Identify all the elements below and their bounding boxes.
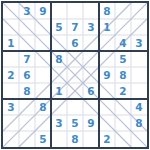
cell-r1c2[interactable]: 3 — [19, 3, 35, 19]
cell-r9c1[interactable] — [3, 131, 19, 147]
cell-r1c9[interactable] — [131, 3, 147, 19]
cell-r9c2[interactable] — [19, 131, 35, 147]
cell-r9c9[interactable] — [131, 131, 147, 147]
cell-r5c6[interactable] — [83, 67, 99, 83]
cell-r8c5[interactable]: 5 — [67, 115, 83, 131]
sudoku-board: 39857311643785269881623843598582 — [1, 1, 149, 149]
cell-r9c6[interactable] — [83, 131, 99, 147]
cell-r3c2[interactable] — [19, 35, 35, 51]
cell-r5c5[interactable] — [67, 67, 83, 83]
cell-r1c7[interactable]: 8 — [99, 3, 115, 19]
cell-r3c4[interactable] — [51, 35, 67, 51]
cell-r2c7[interactable]: 1 — [99, 19, 115, 35]
cell-r2c3[interactable] — [35, 19, 51, 35]
cell-r7c4[interactable] — [51, 99, 67, 115]
cell-r8c1[interactable] — [3, 115, 19, 131]
cell-r7c7[interactable] — [99, 99, 115, 115]
cell-r2c1[interactable] — [3, 19, 19, 35]
cell-r1c4[interactable] — [51, 3, 67, 19]
cell-r9c8[interactable] — [115, 131, 131, 147]
cell-r5c3[interactable] — [35, 67, 51, 83]
cell-r7c6[interactable] — [83, 99, 99, 115]
cell-r2c8[interactable] — [115, 19, 131, 35]
cell-r3c9[interactable]: 3 — [131, 35, 147, 51]
cell-r8c7[interactable] — [99, 115, 115, 131]
cell-r8c9[interactable]: 8 — [131, 115, 147, 131]
cell-r1c5[interactable] — [67, 3, 83, 19]
cell-r4c9[interactable] — [131, 51, 147, 67]
cell-r9c5[interactable]: 8 — [67, 131, 83, 147]
cell-r2c6[interactable]: 3 — [83, 19, 99, 35]
cell-r9c3[interactable]: 5 — [35, 131, 51, 147]
cell-r5c1[interactable]: 2 — [3, 67, 19, 83]
cell-r6c6[interactable]: 6 — [83, 83, 99, 99]
cell-r6c9[interactable] — [131, 83, 147, 99]
cell-r5c9[interactable] — [131, 67, 147, 83]
cell-r3c7[interactable] — [99, 35, 115, 51]
cell-r5c2[interactable]: 6 — [19, 67, 35, 83]
cell-r1c6[interactable] — [83, 3, 99, 19]
cell-r3c3[interactable] — [35, 35, 51, 51]
cell-r1c3[interactable]: 9 — [35, 3, 51, 19]
sudoku-grid: 39857311643785269881623843598582 — [3, 3, 147, 147]
cell-r2c5[interactable]: 7 — [67, 19, 83, 35]
cell-r7c8[interactable] — [115, 99, 131, 115]
cell-r8c6[interactable]: 9 — [83, 115, 99, 131]
cell-r6c3[interactable] — [35, 83, 51, 99]
cell-r6c5[interactable] — [67, 83, 83, 99]
cell-r4c3[interactable] — [35, 51, 51, 67]
cell-r5c7[interactable]: 9 — [99, 67, 115, 83]
cell-r8c8[interactable] — [115, 115, 131, 131]
cell-r7c2[interactable] — [19, 99, 35, 115]
cell-r1c8[interactable] — [115, 3, 131, 19]
cell-r4c6[interactable] — [83, 51, 99, 67]
cell-r9c4[interactable] — [51, 131, 67, 147]
cell-r4c7[interactable] — [99, 51, 115, 67]
cell-r2c9[interactable] — [131, 19, 147, 35]
cell-r7c1[interactable]: 3 — [3, 99, 19, 115]
cell-r5c4[interactable] — [51, 67, 67, 83]
cell-r6c8[interactable]: 2 — [115, 83, 131, 99]
cell-r4c5[interactable] — [67, 51, 83, 67]
cell-r2c4[interactable]: 5 — [51, 19, 67, 35]
cell-r4c4[interactable]: 8 — [51, 51, 67, 67]
cell-r8c3[interactable] — [35, 115, 51, 131]
cell-r8c4[interactable]: 3 — [51, 115, 67, 131]
cell-r2c2[interactable] — [19, 19, 35, 35]
cell-r6c7[interactable] — [99, 83, 115, 99]
cell-r3c6[interactable] — [83, 35, 99, 51]
cell-r4c8[interactable]: 5 — [115, 51, 131, 67]
cell-r7c9[interactable]: 4 — [131, 99, 147, 115]
cell-r1c1[interactable] — [3, 3, 19, 19]
cell-r3c1[interactable]: 1 — [3, 35, 19, 51]
cell-r5c8[interactable]: 8 — [115, 67, 131, 83]
cell-r6c1[interactable] — [3, 83, 19, 99]
cell-r4c2[interactable]: 7 — [19, 51, 35, 67]
cell-r7c3[interactable]: 8 — [35, 99, 51, 115]
cell-r9c7[interactable]: 2 — [99, 131, 115, 147]
cell-r3c5[interactable]: 6 — [67, 35, 83, 51]
cell-r3c8[interactable]: 4 — [115, 35, 131, 51]
cell-r8c2[interactable] — [19, 115, 35, 131]
cell-r6c2[interactable]: 8 — [19, 83, 35, 99]
cell-r4c1[interactable] — [3, 51, 19, 67]
cell-r6c4[interactable]: 1 — [51, 83, 67, 99]
cell-r7c5[interactable] — [67, 99, 83, 115]
